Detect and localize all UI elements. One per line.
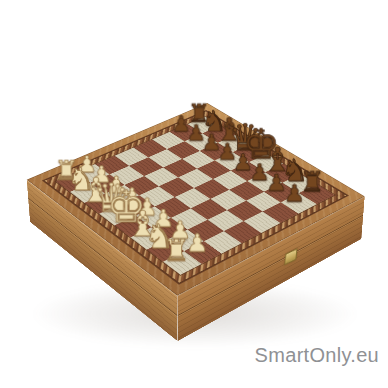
scene: ♜♞♝♛♚♝♞♜♟♟♟♟♟♟♟♟♟♟♟♟♟♟♟♟♜♞♝♛♚♝♞♜ bbox=[8, 50, 380, 326]
white-rook[interactable]: ♜ bbox=[163, 236, 190, 266]
brass-latch-icon bbox=[284, 248, 297, 265]
case-lid-top: ♜♞♝♛♚♝♞♜♟♟♟♟♟♟♟♟♟♟♟♟♟♟♟♟♜♞♝♛♚♝♞♜ bbox=[27, 103, 365, 296]
black-pawn[interactable]: ♟ bbox=[283, 182, 304, 206]
watermark: SmartOnly.eu bbox=[255, 344, 379, 367]
product-photo: ♜♞♝♛♚♝♞♜♟♟♟♟♟♟♟♟♟♟♟♟♟♟♟♟♜♞♝♛♚♝♞♜ SmartOn… bbox=[0, 0, 388, 388]
